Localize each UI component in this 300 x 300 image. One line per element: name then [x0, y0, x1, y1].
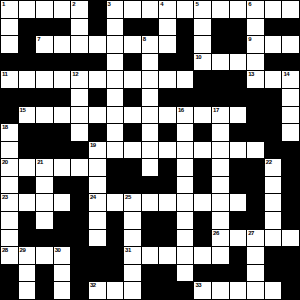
black-cell-r8c1 — [19, 142, 36, 159]
clue-number-4: 4 — [160, 1, 163, 8]
white-cell-r4c6[interactable] — [107, 71, 124, 88]
black-cell-r10c9 — [159, 177, 176, 194]
white-cell-r2c5[interactable] — [89, 36, 106, 53]
white-cell-r9c8[interactable] — [142, 159, 159, 176]
black-cell-r16c4 — [71, 282, 88, 299]
white-cell-r15c3[interactable] — [54, 265, 71, 282]
white-cell-r0c9[interactable]: 4 — [159, 1, 176, 18]
black-cell-r3c4 — [71, 54, 88, 71]
black-cell-r13c6 — [107, 230, 124, 247]
white-cell-r13c7[interactable] — [124, 230, 141, 247]
white-cell-r0c13[interactable] — [230, 1, 247, 18]
white-cell-r16c6[interactable] — [107, 282, 124, 299]
white-cell-r7c10[interactable] — [177, 124, 194, 141]
white-cell-r8c12[interactable] — [212, 142, 229, 159]
white-cell-r11c11[interactable] — [194, 194, 211, 211]
black-cell-r5c5 — [89, 89, 106, 106]
black-cell-r16c9 — [159, 282, 176, 299]
black-cell-r8c4 — [71, 142, 88, 159]
clue-number-28: 28 — [2, 247, 8, 254]
white-cell-r11c12[interactable] — [212, 194, 229, 211]
black-cell-r7c5 — [89, 124, 106, 141]
clue-number-32: 32 — [90, 282, 96, 289]
white-cell-r12c15[interactable] — [265, 212, 282, 229]
white-cell-r0c2[interactable] — [36, 1, 53, 18]
white-cell-r3c13[interactable] — [230, 54, 247, 71]
black-cell-r12c16 — [282, 212, 299, 229]
black-cell-r5c7 — [124, 89, 141, 106]
white-cell-r11c10[interactable] — [177, 194, 194, 211]
black-cell-r6c15 — [265, 107, 282, 124]
black-cell-r12c11 — [194, 212, 211, 229]
white-cell-r11c7[interactable]: 25 — [124, 194, 141, 211]
black-cell-r7c9 — [159, 124, 176, 141]
clue-number-27: 27 — [248, 230, 254, 237]
black-cell-r16c2 — [36, 282, 53, 299]
black-cell-r7c2 — [36, 124, 53, 141]
white-cell-r4c2[interactable] — [36, 71, 53, 88]
black-cell-r15c12 — [212, 265, 229, 282]
white-cell-r11c8[interactable] — [142, 194, 159, 211]
white-cell-r0c15[interactable] — [265, 1, 282, 18]
white-cell-r1c9[interactable] — [159, 19, 176, 36]
white-cell-r6c13[interactable] — [230, 107, 247, 124]
clue-number-21: 21 — [37, 159, 43, 166]
white-cell-r13c14[interactable]: 27 — [247, 230, 264, 247]
clue-number-24: 24 — [90, 194, 96, 201]
black-cell-r13c2 — [36, 230, 53, 247]
white-cell-r5c16[interactable] — [282, 89, 299, 106]
white-cell-r2c4[interactable] — [71, 36, 88, 53]
black-cell-r15c9 — [159, 265, 176, 282]
black-cell-r7c7 — [124, 124, 141, 141]
white-cell-r6c3[interactable] — [54, 107, 71, 124]
white-cell-r2c3[interactable] — [54, 36, 71, 53]
white-cell-r8c7[interactable] — [124, 142, 141, 159]
white-cell-r8c10[interactable] — [177, 142, 194, 159]
clue-number-5: 5 — [195, 1, 198, 8]
black-cell-r13c9 — [159, 230, 176, 247]
black-cell-r15c0 — [1, 265, 18, 282]
black-cell-r10c11 — [194, 177, 211, 194]
black-cell-r7c3 — [54, 124, 71, 141]
black-cell-r11c4 — [71, 194, 88, 211]
white-cell-r16c12[interactable] — [212, 282, 229, 299]
white-cell-r3c14[interactable] — [247, 54, 264, 71]
white-cell-r1c4[interactable] — [71, 19, 88, 36]
black-cell-r10c7 — [124, 177, 141, 194]
white-cell-r14c9[interactable] — [159, 247, 176, 264]
white-cell-r6c6[interactable] — [107, 107, 124, 124]
white-cell-r10c15[interactable] — [265, 177, 282, 194]
white-cell-r14c12[interactable] — [212, 247, 229, 264]
black-cell-r10c8 — [142, 177, 159, 194]
clue-number-26: 26 — [213, 230, 219, 237]
white-cell-r13c10[interactable] — [177, 230, 194, 247]
white-cell-r2c0[interactable] — [1, 36, 18, 53]
white-cell-r12c10[interactable] — [177, 212, 194, 229]
clue-number-29: 29 — [20, 247, 26, 254]
black-cell-r7c14 — [247, 124, 264, 141]
white-cell-r16c14[interactable] — [247, 282, 264, 299]
white-cell-r9c2[interactable]: 21 — [36, 159, 53, 176]
white-cell-r13c16[interactable] — [282, 230, 299, 247]
white-cell-r14c2[interactable] — [36, 247, 53, 264]
white-cell-r7c4[interactable] — [71, 124, 88, 141]
white-cell-r2c6[interactable] — [107, 36, 124, 53]
white-cell-r2c9[interactable] — [159, 36, 176, 53]
white-cell-r4c10[interactable] — [177, 71, 194, 88]
crossword-grid: 1234567891011121314151617181920212223242… — [0, 0, 300, 300]
clue-number-1: 1 — [2, 1, 5, 8]
white-cell-r6c1[interactable]: 15 — [19, 107, 36, 124]
white-cell-r0c16[interactable] — [282, 1, 299, 18]
white-cell-r6c2[interactable] — [36, 107, 53, 124]
white-cell-r15c10[interactable] — [177, 265, 194, 282]
white-cell-r0c11[interactable]: 5 — [194, 1, 211, 18]
white-cell-r16c1[interactable] — [19, 282, 36, 299]
black-cell-r1c8 — [142, 19, 159, 36]
white-cell-r6c9[interactable] — [159, 107, 176, 124]
black-cell-r7c1 — [19, 124, 36, 141]
white-cell-r1c6[interactable] — [107, 19, 124, 36]
black-cell-r5c3 — [54, 89, 71, 106]
white-cell-r1c14[interactable] — [247, 19, 264, 36]
clue-number-13: 13 — [248, 71, 254, 78]
white-cell-r13c12[interactable]: 26 — [212, 230, 229, 247]
black-cell-r12c4 — [71, 212, 88, 229]
white-cell-r11c5[interactable]: 24 — [89, 194, 106, 211]
white-cell-r9c10[interactable] — [177, 159, 194, 176]
black-cell-r8c15 — [265, 142, 282, 159]
white-cell-r10c0[interactable] — [1, 177, 18, 194]
white-cell-r14c11[interactable] — [194, 247, 211, 264]
white-cell-r14c1[interactable]: 29 — [19, 247, 36, 264]
white-cell-r12c7[interactable] — [124, 212, 141, 229]
white-cell-r12c0[interactable] — [1, 212, 18, 229]
white-cell-r11c0[interactable]: 23 — [1, 194, 18, 211]
black-cell-r1c7 — [124, 19, 141, 36]
white-cell-r7c16[interactable] — [282, 124, 299, 141]
black-cell-r11c16 — [282, 194, 299, 211]
white-cell-r16c7[interactable] — [124, 282, 141, 299]
black-cell-r12c8 — [142, 212, 159, 229]
clue-number-33: 33 — [195, 282, 201, 289]
white-cell-r0c1[interactable] — [19, 1, 36, 18]
white-cell-r11c2[interactable] — [36, 194, 53, 211]
white-cell-r6c16[interactable] — [282, 107, 299, 124]
black-cell-r4c11 — [194, 71, 211, 88]
white-cell-r5c8[interactable] — [142, 89, 159, 106]
black-cell-r9c16 — [282, 159, 299, 176]
white-cell-r4c0[interactable]: 11 — [1, 71, 18, 88]
white-cell-r2c16[interactable] — [282, 36, 299, 53]
white-cell-r2c11[interactable] — [194, 36, 211, 53]
black-cell-r15c2 — [36, 265, 53, 282]
black-cell-r13c8 — [142, 230, 159, 247]
white-cell-r6c11[interactable] — [194, 107, 211, 124]
white-cell-r16c15[interactable] — [265, 282, 282, 299]
black-cell-r3c0 — [1, 54, 18, 71]
black-cell-r4c13 — [230, 71, 247, 88]
white-cell-r16c11[interactable]: 33 — [194, 282, 211, 299]
white-cell-r9c5[interactable] — [89, 159, 106, 176]
white-cell-r0c14[interactable]: 6 — [247, 1, 264, 18]
white-cell-r4c7[interactable] — [124, 71, 141, 88]
white-cell-r0c12[interactable] — [212, 1, 229, 18]
white-cell-r11c6[interactable] — [107, 194, 124, 211]
white-cell-r7c12[interactable] — [212, 124, 229, 141]
black-cell-r13c1 — [19, 230, 36, 247]
white-cell-r15c7[interactable] — [124, 265, 141, 282]
white-cell-r1c0[interactable] — [1, 19, 18, 36]
white-cell-r4c5[interactable] — [89, 71, 106, 88]
black-cell-r9c7 — [124, 159, 141, 176]
white-cell-r6c10[interactable]: 16 — [177, 107, 194, 124]
black-cell-r5c1 — [19, 89, 36, 106]
white-cell-r8c5[interactable]: 19 — [89, 142, 106, 159]
white-cell-r16c3[interactable] — [54, 282, 71, 299]
white-cell-r6c8[interactable] — [142, 107, 159, 124]
black-cell-r1c16 — [282, 19, 299, 36]
white-cell-r6c12[interactable]: 17 — [212, 107, 229, 124]
white-cell-r8c6[interactable] — [107, 142, 124, 159]
white-cell-r0c3[interactable] — [54, 1, 71, 18]
white-cell-r11c9[interactable] — [159, 194, 176, 211]
black-cell-r16c16 — [282, 282, 299, 299]
white-cell-r11c3[interactable] — [54, 194, 71, 211]
white-cell-r14c7[interactable]: 31 — [124, 247, 141, 264]
white-cell-r9c12[interactable] — [212, 159, 229, 176]
white-cell-r16c5[interactable]: 32 — [89, 282, 106, 299]
clue-number-15: 15 — [20, 107, 26, 114]
white-cell-r4c3[interactable] — [54, 71, 71, 88]
black-cell-r1c1 — [19, 19, 36, 36]
white-cell-r4c8[interactable] — [142, 71, 159, 88]
clue-number-22: 22 — [266, 159, 272, 166]
white-cell-r6c7[interactable] — [124, 107, 141, 124]
black-cell-r9c6 — [107, 159, 124, 176]
black-cell-r1c13 — [230, 19, 247, 36]
black-cell-r3c16 — [282, 54, 299, 71]
white-cell-r10c5[interactable] — [89, 177, 106, 194]
clue-number-25: 25 — [125, 194, 131, 201]
clue-number-10: 10 — [195, 54, 201, 61]
black-cell-r8c3 — [54, 142, 71, 159]
black-cell-r3c2 — [36, 54, 53, 71]
black-cell-r5c10 — [177, 89, 194, 106]
black-cell-r1c3 — [54, 19, 71, 36]
black-cell-r14c16 — [282, 247, 299, 264]
clue-number-12: 12 — [72, 71, 78, 78]
black-cell-r13c11 — [194, 230, 211, 247]
black-cell-r10c6 — [107, 177, 124, 194]
black-cell-r9c11 — [194, 159, 211, 176]
black-cell-r13c3 — [54, 230, 71, 247]
black-cell-r5c9 — [159, 89, 176, 106]
black-cell-r3c3 — [54, 54, 71, 71]
black-cell-r5c2 — [36, 89, 53, 106]
white-cell-r9c1[interactable] — [19, 159, 36, 176]
white-cell-r7c6[interactable] — [107, 124, 124, 141]
white-cell-r4c4[interactable]: 12 — [71, 71, 88, 88]
black-cell-r12c14 — [247, 212, 264, 229]
white-cell-r2c2[interactable]: 7 — [36, 36, 53, 53]
clue-number-3: 3 — [108, 1, 111, 8]
white-cell-r0c8[interactable] — [142, 1, 159, 18]
black-cell-r10c4 — [71, 177, 88, 194]
white-cell-r4c14[interactable]: 13 — [247, 71, 264, 88]
white-cell-r2c7[interactable] — [124, 36, 141, 53]
black-cell-r1c10 — [177, 19, 194, 36]
white-cell-r12c12[interactable] — [212, 212, 229, 229]
black-cell-r15c13 — [230, 265, 247, 282]
white-cell-r0c10[interactable] — [177, 1, 194, 18]
black-cell-r11c14 — [247, 194, 264, 211]
white-cell-r7c8[interactable] — [142, 124, 159, 141]
white-cell-r3c12[interactable] — [212, 54, 229, 71]
clue-number-9: 9 — [248, 36, 251, 43]
black-cell-r15c11 — [194, 265, 211, 282]
white-cell-r11c13[interactable] — [230, 194, 247, 211]
black-cell-r5c0 — [1, 89, 18, 106]
white-cell-r13c15[interactable] — [265, 230, 282, 247]
white-cell-r14c14[interactable] — [247, 247, 264, 264]
white-cell-r12c5[interactable] — [89, 212, 106, 229]
black-cell-r5c15 — [265, 89, 282, 106]
white-cell-r13c0[interactable] — [1, 230, 18, 247]
white-cell-r0c4[interactable]: 2 — [71, 1, 88, 18]
white-cell-r9c15[interactable]: 22 — [265, 159, 282, 176]
black-cell-r1c2 — [36, 19, 53, 36]
white-cell-r0c0[interactable]: 1 — [1, 1, 18, 18]
black-cell-r15c16 — [282, 265, 299, 282]
white-cell-r4c15[interactable] — [265, 71, 282, 88]
black-cell-r3c10 — [177, 54, 194, 71]
black-cell-r15c6 — [107, 265, 124, 282]
white-cell-r0c7[interactable] — [124, 1, 141, 18]
black-cell-r10c14 — [247, 177, 264, 194]
white-cell-r12c2[interactable] — [36, 212, 53, 229]
white-cell-r1c11[interactable] — [194, 19, 211, 36]
black-cell-r7c15 — [265, 124, 282, 141]
black-cell-r3c1 — [19, 54, 36, 71]
clue-number-19: 19 — [90, 142, 96, 149]
white-cell-r3c6[interactable] — [107, 54, 124, 71]
white-cell-r3c11[interactable]: 10 — [194, 54, 211, 71]
white-cell-r3c8[interactable] — [142, 54, 159, 71]
black-cell-r12c1 — [19, 212, 36, 229]
clue-number-14: 14 — [283, 71, 289, 78]
black-cell-r5c12 — [212, 89, 229, 106]
white-cell-r16c13[interactable] — [230, 282, 247, 299]
black-cell-r10c13 — [230, 177, 247, 194]
clue-number-30: 30 — [55, 247, 61, 254]
white-cell-r2c8[interactable]: 8 — [142, 36, 159, 53]
clue-number-11: 11 — [2, 71, 7, 78]
white-cell-r10c2[interactable] — [36, 177, 53, 194]
white-cell-r2c15[interactable] — [265, 36, 282, 53]
white-cell-r14c3[interactable]: 30 — [54, 247, 71, 264]
white-cell-r14c0[interactable]: 28 — [1, 247, 18, 264]
white-cell-r13c13[interactable] — [230, 230, 247, 247]
clue-number-16: 16 — [178, 107, 184, 114]
white-cell-r8c13[interactable] — [230, 142, 247, 159]
clue-number-17: 17 — [213, 107, 219, 114]
black-cell-r14c15 — [265, 247, 282, 264]
white-cell-r9c4[interactable] — [71, 159, 88, 176]
black-cell-r1c12 — [212, 19, 229, 36]
white-cell-r8c9[interactable] — [159, 142, 176, 159]
black-cell-r16c10 — [177, 282, 194, 299]
white-cell-r14c10[interactable] — [177, 247, 194, 264]
black-cell-r7c11 — [194, 124, 211, 141]
black-cell-r2c10 — [177, 36, 194, 53]
white-cell-r9c0[interactable]: 20 — [1, 159, 18, 176]
black-cell-r3c15 — [265, 54, 282, 71]
black-cell-r16c0 — [1, 282, 18, 299]
black-cell-r14c5 — [89, 247, 106, 264]
black-cell-r0c5 — [89, 1, 106, 18]
white-cell-r13c5[interactable] — [89, 230, 106, 247]
clue-number-23: 23 — [2, 194, 8, 201]
white-cell-r6c5[interactable] — [89, 107, 106, 124]
white-cell-r4c9[interactable] — [159, 71, 176, 88]
black-cell-r2c1 — [19, 36, 36, 53]
black-cell-r15c8 — [142, 265, 159, 282]
black-cell-r12c9 — [159, 212, 176, 229]
black-cell-r2c13 — [230, 36, 247, 53]
white-cell-r5c6[interactable] — [107, 89, 124, 106]
white-cell-r5c4[interactable] — [71, 89, 88, 106]
black-cell-r14c4 — [71, 247, 88, 264]
black-cell-r8c16 — [282, 142, 299, 159]
white-cell-r6c4[interactable] — [71, 107, 88, 124]
white-cell-r4c16[interactable]: 14 — [282, 71, 299, 88]
black-cell-r13c4 — [71, 230, 88, 247]
white-cell-r8c8[interactable] — [142, 142, 159, 159]
white-cell-r15c14[interactable] — [247, 265, 264, 282]
clue-number-31: 31 — [125, 247, 131, 254]
clue-number-6: 6 — [248, 1, 251, 8]
white-cell-r10c10[interactable] — [177, 177, 194, 194]
white-cell-r10c12[interactable] — [212, 177, 229, 194]
white-cell-r4c1[interactable] — [19, 71, 36, 88]
white-cell-r8c14[interactable] — [247, 142, 264, 159]
black-cell-r5c14 — [247, 89, 264, 106]
black-cell-r2c12 — [212, 36, 229, 53]
white-cell-r8c0[interactable] — [1, 142, 18, 159]
white-cell-r9c3[interactable] — [54, 159, 71, 176]
white-cell-r0c6[interactable]: 3 — [107, 1, 124, 18]
white-cell-r15c1[interactable] — [19, 265, 36, 282]
black-cell-r9c13 — [230, 159, 247, 176]
white-cell-r7c0[interactable]: 18 — [1, 124, 18, 141]
white-cell-r8c11[interactable] — [194, 142, 211, 159]
black-cell-r8c2 — [36, 142, 53, 159]
white-cell-r11c15[interactable] — [265, 194, 282, 211]
white-cell-r14c8[interactable] — [142, 247, 159, 264]
black-cell-r3c7 — [124, 54, 141, 71]
black-cell-r3c5 — [89, 54, 106, 71]
black-cell-r14c13 — [230, 247, 247, 264]
clue-number-2: 2 — [72, 1, 75, 8]
white-cell-r11c1[interactable] — [19, 194, 36, 211]
black-cell-r14c6 — [107, 247, 124, 264]
black-cell-r10c16 — [282, 177, 299, 194]
white-cell-r2c14[interactable]: 9 — [247, 36, 264, 53]
black-cell-r10c1 — [19, 177, 36, 194]
